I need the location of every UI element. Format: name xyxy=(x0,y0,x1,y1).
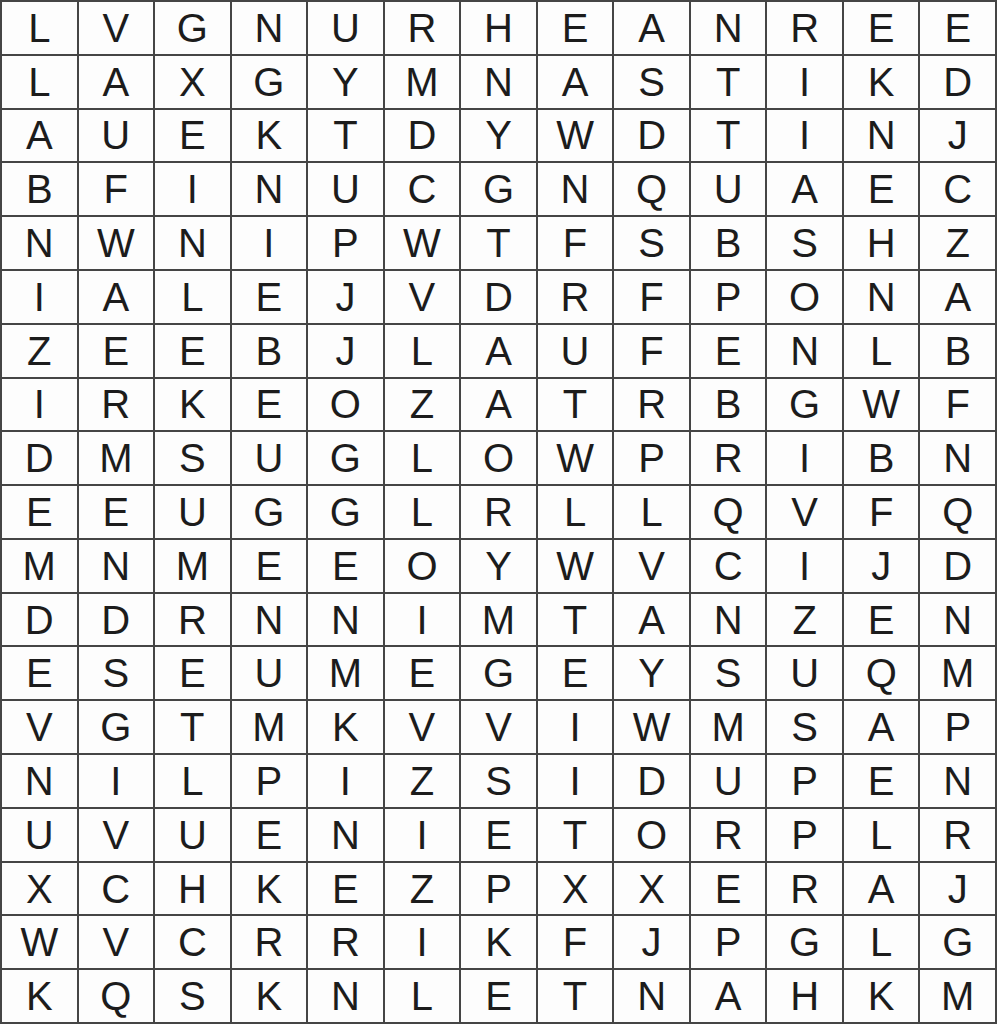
cell-r2c11[interactable]: I xyxy=(767,56,842,108)
cell-r18c2[interactable]: V xyxy=(79,916,154,968)
cell-r11c10[interactable]: C xyxy=(691,540,766,592)
cell-r2c10[interactable]: T xyxy=(691,56,766,108)
cell-r16c3[interactable]: U xyxy=(155,809,230,861)
cell-r17c2[interactable]: C xyxy=(79,863,154,915)
cell-r8c10[interactable]: B xyxy=(691,379,766,431)
cell-r17c1[interactable]: X xyxy=(2,863,77,915)
cell-r8c9[interactable]: R xyxy=(614,379,689,431)
cell-r16c6[interactable]: I xyxy=(385,809,460,861)
cell-r6c12[interactable]: N xyxy=(844,271,919,323)
cell-r13c1[interactable]: E xyxy=(2,647,77,699)
cell-r8c12[interactable]: W xyxy=(844,379,919,431)
cell-r17c9[interactable]: X xyxy=(614,863,689,915)
cell-r2c9[interactable]: S xyxy=(614,56,689,108)
cell-r19c13[interactable]: M xyxy=(920,970,995,1022)
cell-r14c2[interactable]: G xyxy=(79,701,154,753)
cell-r5c2[interactable]: W xyxy=(79,217,154,269)
cell-r6c5[interactable]: J xyxy=(308,271,383,323)
cell-r14c8[interactable]: I xyxy=(538,701,613,753)
cell-r4c10[interactable]: U xyxy=(691,163,766,215)
cell-r9c10[interactable]: R xyxy=(691,432,766,484)
cell-r12c9[interactable]: A xyxy=(614,594,689,646)
cell-r11c5[interactable]: E xyxy=(308,540,383,592)
cell-r11c3[interactable]: M xyxy=(155,540,230,592)
cell-r16c11[interactable]: P xyxy=(767,809,842,861)
cell-r4c5[interactable]: U xyxy=(308,163,383,215)
cell-r17c5[interactable]: E xyxy=(308,863,383,915)
cell-r7c4[interactable]: B xyxy=(232,325,307,377)
cell-r8c6[interactable]: Z xyxy=(385,379,460,431)
cell-r9c9[interactable]: P xyxy=(614,432,689,484)
cell-r16c7[interactable]: E xyxy=(461,809,536,861)
cell-r2c13[interactable]: D xyxy=(920,56,995,108)
cell-r6c13[interactable]: A xyxy=(920,271,995,323)
cell-r7c6[interactable]: L xyxy=(385,325,460,377)
cell-r8c4[interactable]: E xyxy=(232,379,307,431)
word-search-page: LVGNURHEANREELAXGYMNASTIKDAUEKTDYWDTINJB… xyxy=(0,0,997,1024)
cell-r13c5[interactable]: M xyxy=(308,647,383,699)
cell-r15c4[interactable]: P xyxy=(232,755,307,807)
cell-r10c9[interactable]: L xyxy=(614,486,689,538)
cell-r8c8[interactable]: T xyxy=(538,379,613,431)
cell-r5c4[interactable]: I xyxy=(232,217,307,269)
cell-r14c10[interactable]: M xyxy=(691,701,766,753)
cell-r7c5[interactable]: J xyxy=(308,325,383,377)
cell-r18c4[interactable]: R xyxy=(232,916,307,968)
cell-r2c12[interactable]: K xyxy=(844,56,919,108)
cell-r1c8[interactable]: E xyxy=(538,2,613,54)
cell-r5c12[interactable]: H xyxy=(844,217,919,269)
cell-r6c7[interactable]: D xyxy=(461,271,536,323)
cell-r2c5[interactable]: Y xyxy=(308,56,383,108)
cell-r4c1[interactable]: B xyxy=(2,163,77,215)
cell-r6c11[interactable]: O xyxy=(767,271,842,323)
cell-r10c7[interactable]: R xyxy=(461,486,536,538)
cell-r6c2[interactable]: A xyxy=(79,271,154,323)
cell-r9c8[interactable]: W xyxy=(538,432,613,484)
cell-r18c1[interactable]: W xyxy=(2,916,77,968)
cell-r19c9[interactable]: N xyxy=(614,970,689,1022)
cell-r3c9[interactable]: D xyxy=(614,110,689,162)
cell-r3c10[interactable]: T xyxy=(691,110,766,162)
cell-r19c7[interactable]: E xyxy=(461,970,536,1022)
cell-r1c11[interactable]: R xyxy=(767,2,842,54)
cell-r6c4[interactable]: E xyxy=(232,271,307,323)
cell-r18c5[interactable]: R xyxy=(308,916,383,968)
cell-r17c8[interactable]: X xyxy=(538,863,613,915)
cell-r8c2[interactable]: R xyxy=(79,379,154,431)
cell-r3c3[interactable]: E xyxy=(155,110,230,162)
cell-r12c11[interactable]: Z xyxy=(767,594,842,646)
cell-r14c7[interactable]: V xyxy=(461,701,536,753)
cell-r10c4[interactable]: G xyxy=(232,486,307,538)
cell-r19c2[interactable]: Q xyxy=(79,970,154,1022)
cell-r4c9[interactable]: Q xyxy=(614,163,689,215)
cell-r12c3[interactable]: R xyxy=(155,594,230,646)
cell-r9c7[interactable]: O xyxy=(461,432,536,484)
cell-r10c6[interactable]: L xyxy=(385,486,460,538)
cell-r13c13[interactable]: M xyxy=(920,647,995,699)
cell-r16c1[interactable]: U xyxy=(2,809,77,861)
cell-r12c5[interactable]: N xyxy=(308,594,383,646)
cell-r6c8[interactable]: R xyxy=(538,271,613,323)
cell-r1c10[interactable]: N xyxy=(691,2,766,54)
cell-r3c1[interactable]: A xyxy=(2,110,77,162)
cell-r14c11[interactable]: S xyxy=(767,701,842,753)
cell-r16c8[interactable]: T xyxy=(538,809,613,861)
cell-r19c6[interactable]: L xyxy=(385,970,460,1022)
cell-r8c13[interactable]: F xyxy=(920,379,995,431)
cell-r10c1[interactable]: E xyxy=(2,486,77,538)
cell-r18c9[interactable]: J xyxy=(614,916,689,968)
cell-r13c3[interactable]: E xyxy=(155,647,230,699)
cell-r10c11[interactable]: V xyxy=(767,486,842,538)
cell-r11c6[interactable]: O xyxy=(385,540,460,592)
cell-r7c7[interactable]: A xyxy=(461,325,536,377)
cell-r5c6[interactable]: W xyxy=(385,217,460,269)
cell-r4c11[interactable]: A xyxy=(767,163,842,215)
cell-r18c3[interactable]: C xyxy=(155,916,230,968)
cell-r7c13[interactable]: B xyxy=(920,325,995,377)
cell-r8c7[interactable]: A xyxy=(461,379,536,431)
cell-r18c6[interactable]: I xyxy=(385,916,460,968)
word-search-board: LVGNURHEANREELAXGYMNASTIKDAUEKTDYWDTINJB… xyxy=(0,0,997,1024)
cell-r19c5[interactable]: N xyxy=(308,970,383,1022)
cell-r17c11[interactable]: R xyxy=(767,863,842,915)
cell-r5c3[interactable]: N xyxy=(155,217,230,269)
cell-r11c9[interactable]: V xyxy=(614,540,689,592)
cell-r1c4[interactable]: N xyxy=(232,2,307,54)
cell-r19c11[interactable]: H xyxy=(767,970,842,1022)
cell-r16c12[interactable]: L xyxy=(844,809,919,861)
cell-r16c2[interactable]: V xyxy=(79,809,154,861)
cell-r3c6[interactable]: D xyxy=(385,110,460,162)
cell-r4c13[interactable]: C xyxy=(920,163,995,215)
cell-r11c4[interactable]: E xyxy=(232,540,307,592)
cell-r15c8[interactable]: I xyxy=(538,755,613,807)
cell-r9c6[interactable]: L xyxy=(385,432,460,484)
cell-r2c6[interactable]: M xyxy=(385,56,460,108)
cell-r19c12[interactable]: K xyxy=(844,970,919,1022)
cell-r3c11[interactable]: I xyxy=(767,110,842,162)
cell-r3c5[interactable]: T xyxy=(308,110,383,162)
cell-r13c7[interactable]: G xyxy=(461,647,536,699)
cell-r16c13[interactable]: R xyxy=(920,809,995,861)
cell-r3c7[interactable]: Y xyxy=(461,110,536,162)
cell-r9c3[interactable]: S xyxy=(155,432,230,484)
cell-r17c4[interactable]: K xyxy=(232,863,307,915)
cell-r16c5[interactable]: N xyxy=(308,809,383,861)
cell-r15c7[interactable]: S xyxy=(461,755,536,807)
cell-r19c8[interactable]: T xyxy=(538,970,613,1022)
cell-r5c5[interactable]: P xyxy=(308,217,383,269)
cell-r3c13[interactable]: J xyxy=(920,110,995,162)
cell-r10c2[interactable]: E xyxy=(79,486,154,538)
cell-r19c4[interactable]: K xyxy=(232,970,307,1022)
cell-r9c11[interactable]: I xyxy=(767,432,842,484)
cell-r5c10[interactable]: B xyxy=(691,217,766,269)
cell-r2c3[interactable]: X xyxy=(155,56,230,108)
cell-r11c8[interactable]: W xyxy=(538,540,613,592)
cell-r15c10[interactable]: U xyxy=(691,755,766,807)
cell-r1c13[interactable]: E xyxy=(920,2,995,54)
cell-r13c8[interactable]: E xyxy=(538,647,613,699)
cell-r7c3[interactable]: E xyxy=(155,325,230,377)
cell-r9c12[interactable]: B xyxy=(844,432,919,484)
cell-r8c5[interactable]: O xyxy=(308,379,383,431)
cell-r8c11[interactable]: G xyxy=(767,379,842,431)
cell-r5c1[interactable]: N xyxy=(2,217,77,269)
cell-r13c2[interactable]: S xyxy=(79,647,154,699)
cell-r15c9[interactable]: D xyxy=(614,755,689,807)
cell-r17c7[interactable]: P xyxy=(461,863,536,915)
cell-r14c5[interactable]: K xyxy=(308,701,383,753)
cell-r19c10[interactable]: A xyxy=(691,970,766,1022)
cell-r10c5[interactable]: G xyxy=(308,486,383,538)
cell-r3c12[interactable]: N xyxy=(844,110,919,162)
cell-r7c11[interactable]: N xyxy=(767,325,842,377)
cell-r14c4[interactable]: M xyxy=(232,701,307,753)
cell-r19c1[interactable]: K xyxy=(2,970,77,1022)
cell-r2c2[interactable]: A xyxy=(79,56,154,108)
cell-r12c7[interactable]: M xyxy=(461,594,536,646)
cell-r7c12[interactable]: L xyxy=(844,325,919,377)
cell-r14c9[interactable]: W xyxy=(614,701,689,753)
cell-r10c12[interactable]: F xyxy=(844,486,919,538)
cell-r5c11[interactable]: S xyxy=(767,217,842,269)
cell-r11c12[interactable]: J xyxy=(844,540,919,592)
cell-r16c4[interactable]: E xyxy=(232,809,307,861)
cell-r6c1[interactable]: I xyxy=(2,271,77,323)
cell-r1c6[interactable]: R xyxy=(385,2,460,54)
cell-r4c7[interactable]: G xyxy=(461,163,536,215)
cell-r7c10[interactable]: E xyxy=(691,325,766,377)
cell-r3c2[interactable]: U xyxy=(79,110,154,162)
cell-r10c10[interactable]: Q xyxy=(691,486,766,538)
cell-r17c3[interactable]: H xyxy=(155,863,230,915)
cell-r5c9[interactable]: S xyxy=(614,217,689,269)
cell-r13c9[interactable]: Y xyxy=(614,647,689,699)
cell-r1c2[interactable]: V xyxy=(79,2,154,54)
cell-r13c4[interactable]: U xyxy=(232,647,307,699)
cell-r16c10[interactable]: R xyxy=(691,809,766,861)
cell-r15c6[interactable]: Z xyxy=(385,755,460,807)
cell-r7c2[interactable]: E xyxy=(79,325,154,377)
cell-r17c12[interactable]: A xyxy=(844,863,919,915)
cell-r13c11[interactable]: U xyxy=(767,647,842,699)
cell-r13c6[interactable]: E xyxy=(385,647,460,699)
cell-r2c1[interactable]: L xyxy=(2,56,77,108)
cell-r18c7[interactable]: K xyxy=(461,916,536,968)
cell-r16c9[interactable]: O xyxy=(614,809,689,861)
cell-r18c8[interactable]: F xyxy=(538,916,613,968)
cell-r15c12[interactable]: E xyxy=(844,755,919,807)
cell-r17c10[interactable]: E xyxy=(691,863,766,915)
cell-r7c1[interactable]: Z xyxy=(2,325,77,377)
cell-r17c6[interactable]: Z xyxy=(385,863,460,915)
cell-r18c11[interactable]: G xyxy=(767,916,842,968)
cell-r14c6[interactable]: V xyxy=(385,701,460,753)
cell-r18c10[interactable]: P xyxy=(691,916,766,968)
cell-r17c13[interactable]: J xyxy=(920,863,995,915)
cell-r12c1[interactable]: D xyxy=(2,594,77,646)
cell-r14c13[interactable]: P xyxy=(920,701,995,753)
cell-r10c13[interactable]: Q xyxy=(920,486,995,538)
cell-r1c7[interactable]: H xyxy=(461,2,536,54)
cell-r9c1[interactable]: D xyxy=(2,432,77,484)
cell-r2c4[interactable]: G xyxy=(232,56,307,108)
cell-r2c7[interactable]: N xyxy=(461,56,536,108)
cell-r15c2[interactable]: I xyxy=(79,755,154,807)
cell-r14c1[interactable]: V xyxy=(2,701,77,753)
cell-r12c2[interactable]: D xyxy=(79,594,154,646)
cell-r4c8[interactable]: N xyxy=(538,163,613,215)
cell-r11c13[interactable]: D xyxy=(920,540,995,592)
cell-r9c4[interactable]: U xyxy=(232,432,307,484)
cell-r10c8[interactable]: L xyxy=(538,486,613,538)
cell-r11c7[interactable]: Y xyxy=(461,540,536,592)
cell-r11c1[interactable]: M xyxy=(2,540,77,592)
cell-r15c13[interactable]: N xyxy=(920,755,995,807)
cell-r12c13[interactable]: N xyxy=(920,594,995,646)
cell-r10c3[interactable]: U xyxy=(155,486,230,538)
cell-r4c2[interactable]: F xyxy=(79,163,154,215)
cell-r4c3[interactable]: I xyxy=(155,163,230,215)
cell-r1c9[interactable]: A xyxy=(614,2,689,54)
cell-r14c3[interactable]: T xyxy=(155,701,230,753)
cell-r12c8[interactable]: T xyxy=(538,594,613,646)
cell-r5c13[interactable]: Z xyxy=(920,217,995,269)
cell-r15c5[interactable]: I xyxy=(308,755,383,807)
cell-r15c1[interactable]: N xyxy=(2,755,77,807)
cell-r6c10[interactable]: P xyxy=(691,271,766,323)
cell-r3c8[interactable]: W xyxy=(538,110,613,162)
cell-r13c12[interactable]: Q xyxy=(844,647,919,699)
cell-r9c5[interactable]: G xyxy=(308,432,383,484)
cell-r6c3[interactable]: L xyxy=(155,271,230,323)
cell-r18c12[interactable]: L xyxy=(844,916,919,968)
cell-r8c1[interactable]: I xyxy=(2,379,77,431)
cell-r15c11[interactable]: P xyxy=(767,755,842,807)
cell-r11c2[interactable]: N xyxy=(79,540,154,592)
cell-r1c1[interactable]: L xyxy=(2,2,77,54)
cell-r1c3[interactable]: G xyxy=(155,2,230,54)
cell-r6c9[interactable]: F xyxy=(614,271,689,323)
cell-r12c4[interactable]: N xyxy=(232,594,307,646)
cell-r11c11[interactable]: I xyxy=(767,540,842,592)
cell-r15c3[interactable]: L xyxy=(155,755,230,807)
cell-r13c10[interactable]: S xyxy=(691,647,766,699)
cell-r7c8[interactable]: U xyxy=(538,325,613,377)
cell-r8c3[interactable]: K xyxy=(155,379,230,431)
cell-r1c5[interactable]: U xyxy=(308,2,383,54)
cell-r12c10[interactable]: N xyxy=(691,594,766,646)
cell-r3c4[interactable]: K xyxy=(232,110,307,162)
cell-r14c12[interactable]: A xyxy=(844,701,919,753)
cell-r12c6[interactable]: I xyxy=(385,594,460,646)
cell-r4c4[interactable]: N xyxy=(232,163,307,215)
cell-r7c9[interactable]: F xyxy=(614,325,689,377)
cell-r12c12[interactable]: E xyxy=(844,594,919,646)
cell-r9c13[interactable]: N xyxy=(920,432,995,484)
cell-r2c8[interactable]: A xyxy=(538,56,613,108)
cell-r4c12[interactable]: E xyxy=(844,163,919,215)
cell-r1c12[interactable]: E xyxy=(844,2,919,54)
cell-r4c6[interactable]: C xyxy=(385,163,460,215)
cell-r19c3[interactable]: S xyxy=(155,970,230,1022)
cell-r18c13[interactable]: G xyxy=(920,916,995,968)
cell-r9c2[interactable]: M xyxy=(79,432,154,484)
cell-r6c6[interactable]: V xyxy=(385,271,460,323)
cell-r5c8[interactable]: F xyxy=(538,217,613,269)
cell-r5c7[interactable]: T xyxy=(461,217,536,269)
